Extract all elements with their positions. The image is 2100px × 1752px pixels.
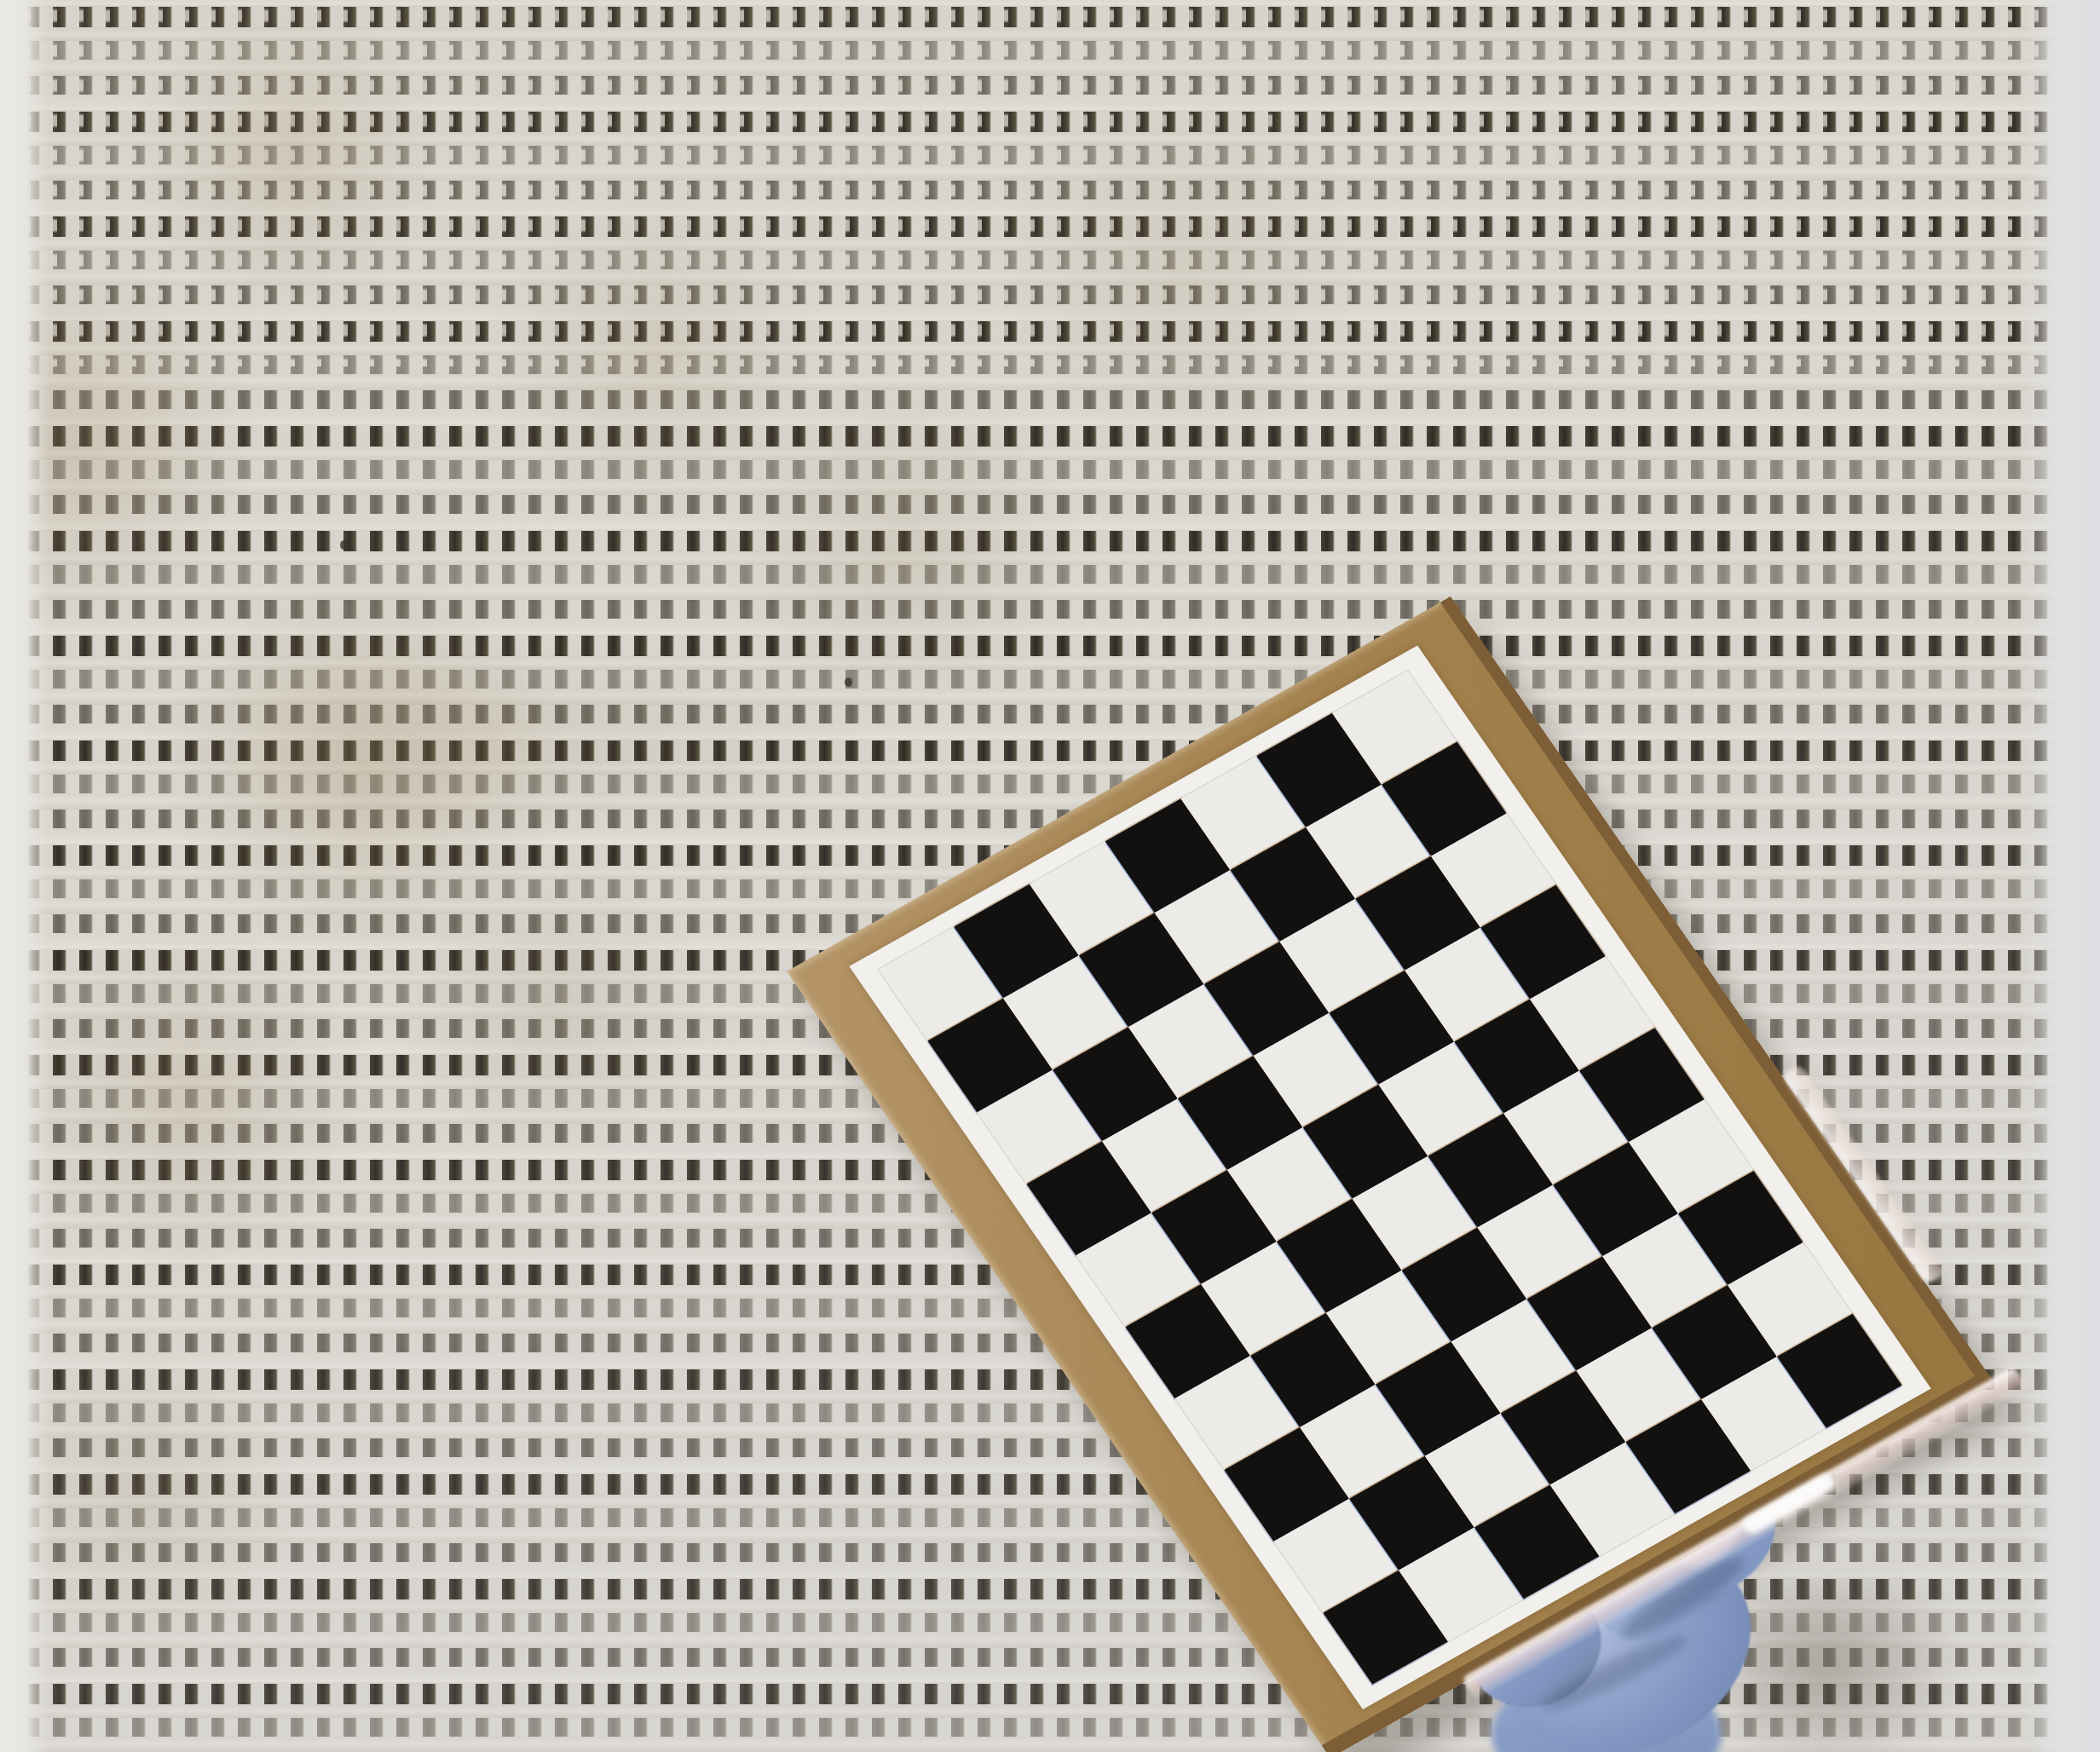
photo-scene [0,0,2100,1752]
belt-right-edge [2025,0,2100,1752]
debris-speck [340,540,348,550]
debris-speck [845,677,852,687]
belt-left-edge [0,0,49,1752]
